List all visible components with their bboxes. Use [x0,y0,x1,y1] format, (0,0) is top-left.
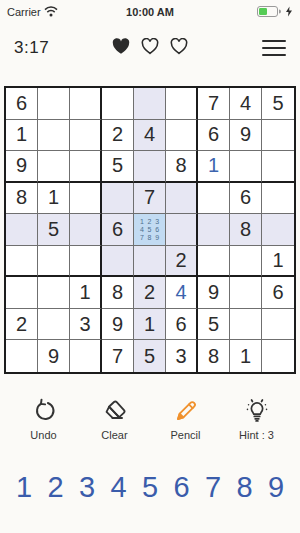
given-digit: 5 [48,218,59,241]
cell-r5c4[interactable]: 6 [102,214,134,246]
heart-outline-icon [141,38,160,59]
heart-outline-icon [170,38,189,59]
given-digit: 8 [112,281,123,304]
cell-r4c6[interactable] [166,183,198,215]
undo-button[interactable]: Undo [16,398,72,441]
wifi-icon [44,6,58,19]
cell-r2c8[interactable]: 9 [230,120,262,152]
pencil-icon [173,398,199,424]
given-digit: 6 [112,218,123,241]
cell-r7c7[interactable]: 9 [198,277,230,309]
numpad-6[interactable]: 6 [169,473,195,502]
cell-r1c8[interactable]: 4 [230,88,262,120]
cell-r2c6[interactable] [166,120,198,152]
given-digit: 6 [175,313,186,336]
cell-r7c3[interactable]: 1 [70,277,102,309]
cell-r8c4[interactable]: 9 [102,309,134,341]
cell-r9c2[interactable]: 9 [38,340,70,372]
given-digit: 2 [144,281,155,304]
given-digit: 9 [48,345,59,368]
given-digit: 1 [144,313,155,336]
given-digit: 3 [175,345,186,368]
given-digit: 6 [272,281,283,304]
hint-button[interactable]: Hint : 3 [229,398,285,441]
cell-r1c2[interactable] [38,88,70,120]
cell-r7c9[interactable]: 6 [262,277,294,309]
lives-hearts [112,38,189,59]
cell-r3c9[interactable] [262,151,294,183]
given-digit: 9 [208,281,219,304]
cell-r3c7[interactable]: 1 [198,151,230,183]
cell-r9c3[interactable] [70,340,102,372]
cell-r6c1[interactable] [6,246,38,278]
cell-r9c4[interactable]: 7 [102,340,134,372]
cell-r4c7[interactable] [198,183,230,215]
cell-r6c5[interactable] [134,246,166,278]
given-digit: 1 [272,249,283,272]
cell-r6c4[interactable] [102,246,134,278]
given-digit: 9 [240,123,251,146]
status-bar: Carrier 10:00 AM [0,0,300,22]
cell-r4c9[interactable] [262,183,294,215]
cell-r8c1[interactable]: 2 [6,309,38,341]
cell-r2c3[interactable] [70,120,102,152]
given-digit: 8 [208,345,219,368]
charging-bolt-icon [285,6,293,19]
cell-r4c4[interactable] [102,183,134,215]
cell-r7c8[interactable] [230,277,262,309]
cell-r4c8[interactable]: 6 [230,183,262,215]
cell-r2c9[interactable] [262,120,294,152]
clock-time: 10:00 AM [126,6,174,18]
pencil-notes: 123456789 [134,214,165,245]
cell-r1c3[interactable] [70,88,102,120]
cell-r4c5[interactable]: 7 [134,183,166,215]
cell-r1c1[interactable]: 6 [6,88,38,120]
cell-r5c5[interactable]: 123456789 [134,214,166,246]
cell-r5c7[interactable] [198,214,230,246]
cell-r3c8[interactable] [230,151,262,183]
numpad-2[interactable]: 2 [43,473,69,502]
given-digit: 2 [175,249,186,272]
cell-r8c9[interactable] [262,309,294,341]
cell-r2c1[interactable]: 1 [6,120,38,152]
cell-r8c5[interactable]: 1 [134,309,166,341]
cell-r5c1[interactable] [6,214,38,246]
pencil-label: Pencil [171,429,201,441]
given-digit: 9 [112,313,123,336]
cell-r4c1[interactable]: 8 [6,183,38,215]
given-digit: 8 [16,186,27,209]
given-digit: 8 [175,154,186,177]
cell-r3c2[interactable] [38,151,70,183]
cell-r6c2[interactable] [38,246,70,278]
given-digit: 9 [16,154,27,177]
battery-icon [257,6,282,19]
cell-r5c3[interactable] [70,214,102,246]
lightbulb-icon [244,398,270,424]
given-digit: 7 [112,345,123,368]
given-digit: 6 [240,186,251,209]
cell-r6c6[interactable]: 2 [166,246,198,278]
cell-r1c4[interactable] [102,88,134,120]
cell-r9c8[interactable]: 1 [230,340,262,372]
given-digit: 1 [48,186,59,209]
user-digit: 1 [208,154,219,177]
given-digit: 5 [112,154,123,177]
cell-r3c1[interactable]: 9 [6,151,38,183]
given-digit: 6 [208,123,219,146]
cell-r3c3[interactable] [70,151,102,183]
numpad-8[interactable]: 8 [232,473,258,502]
given-digit: 8 [240,218,251,241]
given-digit: 2 [112,123,123,146]
cell-r9c7[interactable]: 8 [198,340,230,372]
given-digit: 6 [16,92,27,115]
given-digit: 7 [144,186,155,209]
pencil-button[interactable]: Pencil [158,398,214,441]
numpad-4[interactable]: 4 [106,473,132,502]
given-digit: 1 [240,345,251,368]
cell-r8c6[interactable]: 6 [166,309,198,341]
undo-icon [31,398,57,424]
clear-button[interactable]: Clear [87,398,143,441]
cell-r6c8[interactable] [230,246,262,278]
heart-filled-icon [112,38,131,59]
undo-label: Undo [30,429,56,441]
game-header: 3:17 [0,32,300,64]
given-digit: 5 [272,92,283,115]
numpad-9[interactable]: 9 [263,473,289,502]
hamburger-menu-icon[interactable] [262,40,286,57]
cell-r7c2[interactable] [38,277,70,309]
cell-r2c7[interactable]: 6 [198,120,230,152]
cell-r6c9[interactable]: 1 [262,246,294,278]
number-pad: 123456789 [0,473,300,502]
numpad-5[interactable]: 5 [137,473,163,502]
cell-r4c3[interactable] [70,183,102,215]
given-digit: 4 [240,92,251,115]
cell-r6c7[interactable] [198,246,230,278]
cell-r9c5[interactable]: 5 [134,340,166,372]
cell-r8c7[interactable]: 5 [198,309,230,341]
toolbar: Undo Clear Pencil [0,398,300,441]
given-digit: 2 [16,313,27,336]
given-digit: 1 [16,123,27,146]
cell-r5c6[interactable] [166,214,198,246]
cell-r1c6[interactable] [166,88,198,120]
user-digit: 4 [175,281,186,304]
timer: 3:17 [14,38,49,58]
cell-r1c7[interactable]: 7 [198,88,230,120]
eraser-icon [102,398,128,424]
cell-r9c1[interactable] [6,340,38,372]
cell-r8c3[interactable]: 3 [70,309,102,341]
cell-r2c4[interactable]: 2 [102,120,134,152]
cell-r7c5[interactable]: 2 [134,277,166,309]
cell-r7c4[interactable]: 8 [102,277,134,309]
cell-r1c9[interactable]: 5 [262,88,294,120]
cell-r5c9[interactable] [262,214,294,246]
given-digit: 4 [144,123,155,146]
cell-r9c6[interactable]: 3 [166,340,198,372]
carrier-label: Carrier [7,6,41,18]
cell-r5c2[interactable]: 5 [38,214,70,246]
numpad-3[interactable]: 3 [74,473,100,502]
given-digit: 1 [79,281,90,304]
cell-r8c8[interactable] [230,309,262,341]
cell-r5c8[interactable]: 8 [230,214,262,246]
cell-r3c6[interactable]: 8 [166,151,198,183]
clear-label: Clear [101,429,127,441]
cell-r3c4[interactable]: 5 [102,151,134,183]
given-digit: 5 [144,345,155,368]
cell-r7c1[interactable] [6,277,38,309]
cell-r7c6[interactable]: 4 [166,277,198,309]
cell-r9c9[interactable] [262,340,294,372]
cell-r6c3[interactable] [70,246,102,278]
given-digit: 3 [79,313,90,336]
cell-r8c2[interactable] [38,309,70,341]
given-digit: 5 [208,313,219,336]
hint-label: Hint : 3 [239,429,274,441]
cell-r2c5[interactable]: 4 [134,120,166,152]
numpad-7[interactable]: 7 [200,473,226,502]
cell-r2c2[interactable] [38,120,70,152]
sudoku-board: 6745124699581817656123456789821182496239… [4,86,296,374]
cell-r1c5[interactable] [134,88,166,120]
given-digit: 7 [208,92,219,115]
cell-r3c5[interactable] [134,151,166,183]
cell-r4c2[interactable]: 1 [38,183,70,215]
numpad-1[interactable]: 1 [11,473,37,502]
